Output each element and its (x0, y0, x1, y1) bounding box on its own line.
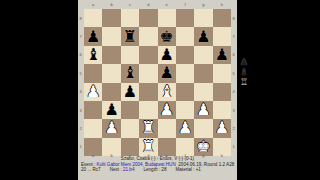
file-label-f: f (176, 2, 194, 8)
square-d5[interactable] (139, 64, 157, 82)
next-label: Next : (110, 167, 122, 172)
square-h2[interactable]: ♟ (213, 119, 231, 137)
rank-label-5: 5 (231, 64, 236, 82)
moves-line: 20 ... Rc7Next : 21.b4Length : 28Materia… (79, 167, 236, 172)
piece-black-bishop: ♝ (123, 65, 137, 81)
square-f5[interactable] (176, 64, 194, 82)
square-e2[interactable] (158, 119, 176, 137)
square-c3[interactable] (121, 101, 139, 119)
square-a4[interactable]: ♟ (84, 83, 102, 101)
square-d3[interactable] (139, 101, 157, 119)
piece-black-bishop: ♝ (86, 46, 100, 62)
square-a7[interactable]: ♟ (84, 27, 102, 45)
square-g3[interactable]: ♟ (194, 101, 212, 119)
rank-label-3: 3 (78, 101, 83, 119)
rank-label-4: 4 (78, 83, 83, 101)
piece-white-pawn: ♟ (215, 120, 229, 136)
rank-label-8: 8 (78, 9, 83, 27)
piece-white-rook: ♜ (141, 138, 155, 154)
rank-labels-left: 87654321 (78, 9, 83, 156)
rank-label-5: 5 (78, 64, 83, 82)
square-d6[interactable] (139, 46, 157, 64)
piece-black-pawn: ♟ (196, 28, 210, 44)
length-label: Length : (143, 167, 160, 172)
file-label-e: e (158, 2, 176, 8)
rank-label-2: 2 (78, 119, 83, 137)
rank-label-4: 4 (231, 83, 236, 101)
square-f4[interactable] (176, 83, 194, 101)
file-label-b: b (102, 2, 120, 8)
material-icon-black-bishop: ♝ (240, 67, 248, 77)
square-e8[interactable] (158, 9, 176, 27)
square-h8[interactable] (213, 9, 231, 27)
piece-black-pawn: ♟ (104, 102, 118, 118)
square-d8[interactable] (139, 9, 157, 27)
rank-label-8: 8 (231, 9, 236, 27)
material-icon-black-pawn: ♟ (240, 57, 248, 67)
file-label-c: c (121, 2, 139, 8)
piece-white-pawn: ♟ (160, 102, 174, 118)
square-f3[interactable] (176, 101, 194, 119)
piece-black-pawn: ♟ (160, 46, 174, 62)
square-h3[interactable] (213, 101, 231, 119)
piece-white-pawn: ♟ (104, 120, 118, 136)
piece-black-pawn: ♟ (86, 28, 100, 44)
square-c5[interactable]: ♝ (121, 64, 139, 82)
square-c8[interactable] (121, 9, 139, 27)
material-tray: ♟♝♖ (238, 57, 250, 87)
rank-label-1: 1 (231, 138, 236, 156)
rank-label-6: 6 (78, 46, 83, 64)
square-f2[interactable]: ♟ (176, 119, 194, 137)
file-label-h: h (213, 2, 231, 8)
square-c2[interactable] (121, 119, 139, 137)
chess-board: ♟♜♚♟♝♟♟♝♟♟♟♝♟♟♟♟♜♟♟♜♚ (84, 9, 231, 156)
piece-black-pawn: ♟ (160, 65, 174, 81)
square-d4[interactable] (139, 83, 157, 101)
square-f8[interactable] (176, 9, 194, 27)
square-g5[interactable] (194, 64, 212, 82)
piece-white-pawn: ♟ (196, 102, 210, 118)
piece-white-pawn: ♟ (86, 83, 100, 99)
square-a2[interactable] (84, 119, 102, 137)
square-a3[interactable] (84, 101, 102, 119)
current-move: 20 ... Rc7 (81, 167, 101, 172)
square-e5[interactable]: ♟ (158, 64, 176, 82)
square-b5[interactable] (102, 64, 120, 82)
square-b2[interactable]: ♟ (102, 119, 120, 137)
square-e6[interactable]: ♟ (158, 46, 176, 64)
piece-white-pawn: ♟ (178, 120, 192, 136)
square-a5[interactable] (84, 64, 102, 82)
piece-white-bishop: ♝ (160, 83, 174, 99)
square-a6[interactable]: ♝ (84, 46, 102, 64)
rank-label-7: 7 (231, 27, 236, 45)
square-g8[interactable] (194, 9, 212, 27)
square-f7[interactable] (176, 27, 194, 45)
material-value: +1 (196, 167, 201, 172)
square-d2[interactable]: ♜ (139, 119, 157, 137)
rank-label-2: 2 (231, 119, 236, 137)
square-g2[interactable] (194, 119, 212, 137)
material-label: Material : (175, 167, 194, 172)
players-line: Szabo, Csaba (-) - Erdos, V (-) (0-1) (79, 156, 236, 161)
file-label-d: d (139, 2, 157, 8)
square-b6[interactable] (102, 46, 120, 64)
piece-black-pawn: ♟ (215, 46, 229, 62)
square-e3[interactable]: ♟ (158, 101, 176, 119)
game-info: Szabo, Csaba (-) - Erdos, V (-) (0-1) Ev… (79, 156, 236, 172)
length-value: 28 (161, 167, 166, 172)
rank-label-7: 7 (78, 27, 83, 45)
square-b4[interactable] (102, 83, 120, 101)
square-e4[interactable]: ♝ (158, 83, 176, 101)
next-move[interactable]: 21.b4 (123, 167, 135, 172)
square-h4[interactable] (213, 83, 231, 101)
chess-viewer-panel: abcdefgh 87654321 ♟♜♚♟♝♟♟♝♟♟♟♝♟♟♟♟♜♟♟♜♚ … (78, 0, 237, 180)
rank-label-6: 6 (231, 46, 236, 64)
rank-labels-right: 87654321 (231, 9, 236, 156)
square-f6[interactable] (176, 46, 194, 64)
file-labels-top: abcdefgh (84, 2, 231, 8)
square-h6[interactable]: ♟ (213, 46, 231, 64)
square-g4[interactable] (194, 83, 212, 101)
material-icon-white-rook: ♖ (240, 77, 248, 87)
square-c7[interactable]: ♜ (121, 27, 139, 45)
piece-black-pawn: ♟ (123, 83, 137, 99)
square-c6[interactable] (121, 46, 139, 64)
file-label-g: g (194, 2, 212, 8)
file-label-a: a (84, 2, 102, 8)
square-a8[interactable] (84, 9, 102, 27)
square-h7[interactable] (213, 27, 231, 45)
square-g6[interactable] (194, 46, 212, 64)
piece-black-rook: ♜ (123, 28, 137, 44)
square-b7[interactable] (102, 27, 120, 45)
square-b8[interactable] (102, 9, 120, 27)
piece-black-king: ♚ (160, 28, 174, 44)
piece-white-rook: ♜ (141, 120, 155, 136)
square-e7[interactable]: ♚ (158, 27, 176, 45)
piece-white-king: ♚ (196, 138, 210, 154)
rank-label-1: 1 (78, 138, 83, 156)
square-b3[interactable]: ♟ (102, 101, 120, 119)
square-g7[interactable]: ♟ (194, 27, 212, 45)
rank-label-3: 3 (231, 101, 236, 119)
square-d7[interactable] (139, 27, 157, 45)
square-h5[interactable] (213, 64, 231, 82)
video-frame: abcdefgh 87654321 ♟♜♚♟♝♟♟♝♟♟♟♝♟♟♟♟♜♟♟♜♚ … (0, 0, 320, 180)
square-c4[interactable]: ♟ (121, 83, 139, 101)
